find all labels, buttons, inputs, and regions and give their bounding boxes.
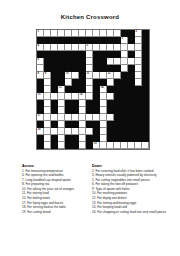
grid-cell[interactable]	[86, 79, 93, 86]
grid-cell[interactable]	[51, 114, 58, 121]
black-cell	[65, 100, 72, 107]
black-cell	[51, 135, 58, 142]
black-cell	[114, 100, 121, 107]
down-header: Down:	[92, 164, 178, 168]
black-cell	[79, 51, 86, 58]
grid-cell[interactable]	[121, 65, 128, 72]
grid-cell[interactable]	[79, 30, 86, 37]
grid-cell[interactable]	[135, 58, 142, 65]
black-cell	[142, 30, 149, 37]
black-cell	[86, 135, 93, 142]
grid-cell[interactable]	[100, 128, 107, 135]
clue-number: 5	[86, 44, 88, 47]
grid-cell[interactable]	[44, 121, 51, 128]
black-cell	[142, 121, 149, 128]
black-cell	[128, 93, 135, 100]
grid-cell[interactable]: 1	[37, 30, 44, 37]
black-cell	[65, 121, 72, 128]
black-cell	[100, 51, 107, 58]
grid-cell[interactable]	[58, 44, 65, 51]
black-cell	[128, 51, 135, 58]
black-cell	[100, 37, 107, 44]
grid-cell[interactable]	[100, 114, 107, 121]
grid-cell[interactable]: 9	[44, 72, 51, 79]
black-cell	[72, 79, 79, 86]
black-cell	[51, 37, 58, 44]
black-cell	[72, 121, 79, 128]
black-cell	[93, 100, 100, 107]
grid-cell[interactable]	[100, 135, 107, 142]
black-cell	[51, 121, 58, 128]
black-cell	[51, 65, 58, 72]
black-cell	[128, 37, 135, 44]
grid-cell[interactable]	[44, 30, 51, 37]
grid-cell[interactable]	[135, 142, 142, 149]
black-cell	[51, 58, 58, 65]
black-cell	[58, 65, 65, 72]
black-cell	[135, 93, 142, 100]
black-cell	[37, 100, 44, 107]
grid-cell[interactable]	[86, 86, 93, 93]
black-cell	[72, 142, 79, 149]
black-cell	[37, 79, 44, 86]
grid-cell[interactable]	[93, 72, 100, 79]
black-cell	[114, 51, 121, 58]
black-cell	[142, 51, 149, 58]
grid-cell[interactable]: 8	[37, 72, 44, 79]
black-cell	[93, 93, 100, 100]
black-cell	[128, 135, 135, 142]
grid-cell[interactable]	[65, 114, 72, 121]
black-cell	[135, 128, 142, 135]
black-cell	[128, 128, 135, 135]
grid-cell[interactable]	[72, 72, 79, 79]
black-cell	[107, 107, 114, 114]
grid-cell[interactable]	[79, 44, 86, 51]
grid-cell[interactable]: 12	[107, 72, 114, 79]
black-cell	[65, 135, 72, 142]
black-cell	[128, 121, 135, 128]
black-cell	[79, 72, 86, 79]
grid-cell[interactable]	[100, 44, 107, 51]
black-cell	[128, 100, 135, 107]
black-cell	[121, 72, 128, 79]
clue-number: 13	[58, 86, 61, 89]
black-cell	[107, 121, 114, 128]
black-cell	[114, 107, 121, 114]
black-cell	[44, 37, 51, 44]
grid-cell[interactable]: 14	[100, 86, 107, 93]
grid-cell[interactable]	[128, 44, 135, 51]
black-cell	[128, 114, 135, 121]
grid-cell[interactable]	[79, 142, 86, 149]
black-cell	[93, 65, 100, 72]
black-cell	[51, 79, 58, 86]
grid-cell[interactable]	[72, 44, 79, 51]
black-cell	[142, 107, 149, 114]
grid-cell[interactable]: 15	[37, 93, 44, 100]
grid-cell[interactable]: 19	[93, 142, 100, 149]
grid-cell[interactable]	[72, 30, 79, 37]
black-cell	[142, 100, 149, 107]
black-cell	[128, 30, 135, 37]
grid-cell[interactable]: 10	[65, 72, 72, 79]
black-cell	[114, 37, 121, 44]
clue-section: Across: 1. For measuring temperature4. F…	[0, 164, 180, 215]
grid-cell[interactable]	[135, 79, 142, 86]
clue-number: 18	[37, 128, 40, 131]
black-cell	[107, 37, 114, 44]
grid-cell[interactable]	[86, 128, 93, 135]
grid-cell[interactable]	[44, 135, 51, 142]
grid-cell[interactable]	[100, 121, 107, 128]
grid-cell[interactable]	[44, 128, 51, 135]
black-cell	[51, 142, 58, 149]
black-cell	[72, 51, 79, 58]
black-cell	[107, 135, 114, 142]
black-cell	[142, 128, 149, 135]
black-cell	[128, 65, 135, 72]
black-cell	[135, 86, 142, 93]
black-cell	[86, 107, 93, 114]
black-cell	[72, 37, 79, 44]
black-cell	[44, 58, 51, 65]
black-cell	[142, 37, 149, 44]
grid-cell[interactable]	[65, 44, 72, 51]
down-clues: Down: 2. For covering food after it has …	[92, 164, 178, 215]
grid-cell[interactable]	[107, 114, 114, 121]
grid-cell[interactable]	[107, 44, 114, 51]
black-cell	[93, 58, 100, 65]
grid-cell[interactable]	[114, 142, 121, 149]
black-cell	[65, 107, 72, 114]
grid-cell[interactable]: 7	[107, 58, 114, 65]
grid-cell[interactable]	[107, 142, 114, 149]
black-cell	[142, 114, 149, 121]
across-header: Across:	[22, 164, 86, 168]
black-cell	[44, 51, 51, 58]
black-cell	[79, 58, 86, 65]
black-cell	[93, 128, 100, 135]
black-cell	[128, 107, 135, 114]
clue-number: 8	[37, 72, 39, 75]
grid-cell[interactable]	[114, 72, 121, 79]
grid-cell[interactable]	[79, 100, 86, 107]
black-cell	[51, 72, 58, 79]
grid-cell[interactable]	[121, 142, 128, 149]
page-title: Kitchen Crossword	[0, 14, 180, 20]
clue-number: 11	[86, 72, 89, 75]
black-cell	[72, 100, 79, 107]
clue-number: 1	[37, 30, 39, 33]
grid-cell[interactable]	[79, 128, 86, 135]
grid-cell[interactable]	[51, 93, 58, 100]
grid-cell[interactable]	[79, 121, 86, 128]
grid-cell[interactable]	[44, 44, 51, 51]
crossword-grid-cells: 12345678910111213141516171819	[37, 30, 149, 149]
grid-cell[interactable]	[58, 107, 65, 114]
clue-number: 7	[107, 58, 109, 61]
clue-number: 12	[107, 72, 110, 75]
black-cell	[121, 79, 128, 86]
grid-cell[interactable]	[58, 93, 65, 100]
grid-cell[interactable]: 2	[135, 30, 142, 37]
black-cell	[58, 37, 65, 44]
grid-cell[interactable]: 17	[37, 114, 44, 121]
clue-item: 19. For cutting bread	[22, 211, 86, 215]
clue-number: 6	[37, 58, 39, 61]
grid-cell[interactable]	[72, 114, 79, 121]
clue-number: 3	[121, 37, 123, 40]
black-cell	[135, 121, 142, 128]
grid-cell[interactable]	[44, 107, 51, 114]
grid-cell[interactable]	[44, 86, 51, 93]
grid-cell[interactable]	[58, 135, 65, 142]
black-cell	[86, 142, 93, 149]
black-cell	[128, 72, 135, 79]
grid-cell[interactable]	[86, 51, 93, 58]
clue-number: 9	[44, 72, 46, 75]
grid-cell[interactable]	[44, 100, 51, 107]
black-cell	[121, 107, 128, 114]
black-cell	[114, 86, 121, 93]
black-cell	[121, 135, 128, 142]
grid-cell[interactable]	[44, 79, 51, 86]
black-cell	[142, 79, 149, 86]
grid-cell[interactable]	[86, 93, 93, 100]
black-cell	[65, 51, 72, 58]
black-cell	[114, 135, 121, 142]
grid-cell[interactable]: 11	[86, 72, 93, 79]
grid-cell[interactable]	[135, 65, 142, 72]
clue-number: 2	[135, 30, 137, 33]
black-cell	[114, 65, 121, 72]
black-cell	[93, 121, 100, 128]
black-cell	[72, 86, 79, 93]
clue-number: 15	[37, 93, 40, 96]
black-cell	[58, 51, 65, 58]
grid-cell[interactable]	[58, 121, 65, 128]
black-cell	[58, 72, 65, 79]
black-cell	[121, 100, 128, 107]
black-cell	[135, 135, 142, 142]
black-cell	[142, 93, 149, 100]
black-cell	[93, 51, 100, 58]
black-cell	[121, 114, 128, 121]
grid-cell[interactable]	[114, 30, 121, 37]
grid-cell[interactable]	[72, 93, 79, 100]
black-cell	[100, 65, 107, 72]
black-cell	[107, 100, 114, 107]
black-cell	[72, 58, 79, 65]
black-cell	[51, 51, 58, 58]
black-cell	[121, 93, 128, 100]
grid-cell[interactable]	[135, 44, 142, 51]
clue-number: 10	[65, 72, 68, 75]
black-cell	[79, 79, 86, 86]
grid-cell[interactable]: 6	[37, 58, 44, 65]
black-cell	[72, 135, 79, 142]
grid-cell[interactable]	[128, 142, 135, 149]
grid-cell[interactable]	[135, 51, 142, 58]
grid-cell[interactable]	[121, 44, 128, 51]
black-cell	[107, 86, 114, 93]
grid-cell[interactable]	[65, 79, 72, 86]
grid-cell[interactable]	[51, 128, 58, 135]
grid-cell[interactable]	[100, 100, 107, 107]
black-cell	[58, 58, 65, 65]
black-cell	[93, 37, 100, 44]
grid-cell[interactable]	[65, 128, 72, 135]
grid-cell[interactable]: 4	[37, 44, 44, 51]
clue-item: 16. For chopping or cutting food into ve…	[92, 211, 178, 215]
grid-cell[interactable]	[44, 93, 51, 100]
grid-cell[interactable]: 13	[58, 86, 65, 93]
grid-cell[interactable]	[58, 100, 65, 107]
grid-cell[interactable]	[58, 114, 65, 121]
black-cell	[51, 100, 58, 107]
grid-cell[interactable]	[93, 44, 100, 51]
across-clues: Across: 1. For measuring temperature4. F…	[22, 164, 86, 215]
black-cell	[121, 121, 128, 128]
black-cell	[114, 128, 121, 135]
grid-cell[interactable]	[51, 44, 58, 51]
grid-cell[interactable]	[100, 142, 107, 149]
black-cell	[114, 114, 121, 121]
grid-cell[interactable]	[79, 135, 86, 142]
grid-cell[interactable]	[100, 72, 107, 79]
black-cell	[37, 135, 44, 142]
black-cell	[65, 142, 72, 149]
black-cell	[135, 114, 142, 121]
clue-number: 17	[37, 114, 40, 117]
black-cell	[114, 79, 121, 86]
black-cell	[114, 121, 121, 128]
clue-number: 4	[37, 44, 39, 47]
black-cell	[72, 107, 79, 114]
grid-cell[interactable]	[51, 30, 58, 37]
grid-cell[interactable]	[79, 114, 86, 121]
grid-cell[interactable]	[86, 30, 93, 37]
grid-cell[interactable]	[44, 114, 51, 121]
black-cell	[142, 58, 149, 65]
black-cell	[142, 72, 149, 79]
black-cell	[93, 79, 100, 86]
black-cell	[100, 58, 107, 65]
grid-cell[interactable]	[121, 51, 128, 58]
black-cell	[79, 65, 86, 72]
black-cell	[93, 86, 100, 93]
grid-cell[interactable]	[135, 37, 142, 44]
black-cell	[135, 107, 142, 114]
grid-cell[interactable]	[58, 128, 65, 135]
grid-cell[interactable]	[93, 30, 100, 37]
grid-cell[interactable]	[121, 58, 128, 65]
grid-cell[interactable]	[107, 79, 114, 86]
grid-cell[interactable]	[135, 72, 142, 79]
black-cell	[79, 37, 86, 44]
black-cell	[121, 128, 128, 135]
grid-cell[interactable]	[107, 93, 114, 100]
black-cell	[121, 86, 128, 93]
black-cell	[51, 107, 58, 114]
black-cell	[65, 37, 72, 44]
black-cell	[128, 86, 135, 93]
grid-cell[interactable]	[86, 58, 93, 65]
grid-cell[interactable]	[100, 93, 107, 100]
grid-cell[interactable]	[93, 114, 100, 121]
clue-number: 14	[100, 86, 103, 89]
black-cell	[142, 135, 149, 142]
black-cell	[142, 65, 149, 72]
grid-cell[interactable]	[107, 30, 114, 37]
grid-cell[interactable]: 16	[79, 93, 86, 100]
black-cell	[65, 86, 72, 93]
black-cell	[142, 86, 149, 93]
grid-cell[interactable]	[65, 93, 72, 100]
grid-cell[interactable]	[128, 58, 135, 65]
black-cell	[135, 100, 142, 107]
grid-cell[interactable]	[65, 30, 72, 37]
black-cell	[107, 128, 114, 135]
black-cell	[93, 107, 100, 114]
black-cell	[128, 79, 135, 86]
grid-cell[interactable]: 3	[121, 37, 128, 44]
black-cell	[114, 93, 121, 100]
grid-cell[interactable]	[100, 30, 107, 37]
grid-cell[interactable]	[58, 30, 65, 37]
clue-number: 16	[79, 93, 82, 96]
black-cell	[51, 86, 58, 93]
crossword-grid: 12345678910111213141516171819	[36, 29, 150, 150]
grid-cell[interactable]	[58, 142, 65, 149]
grid-cell[interactable]: 18	[37, 128, 44, 135]
black-cell	[86, 100, 93, 107]
black-cell	[86, 121, 93, 128]
grid-cell[interactable]	[79, 107, 86, 114]
grid-cell[interactable]	[114, 58, 121, 65]
grid-cell[interactable]: 5	[86, 44, 93, 51]
black-cell	[37, 142, 44, 149]
grid-cell[interactable]	[72, 128, 79, 135]
grid-cell[interactable]	[100, 107, 107, 114]
black-cell	[65, 58, 72, 65]
clue-number: 19	[93, 142, 96, 145]
grid-cell[interactable]	[86, 114, 93, 121]
black-cell	[72, 65, 79, 72]
grid-cell[interactable]	[142, 142, 149, 149]
black-cell	[142, 44, 149, 51]
grid-cell[interactable]	[114, 44, 121, 51]
grid-cell[interactable]	[44, 142, 51, 149]
